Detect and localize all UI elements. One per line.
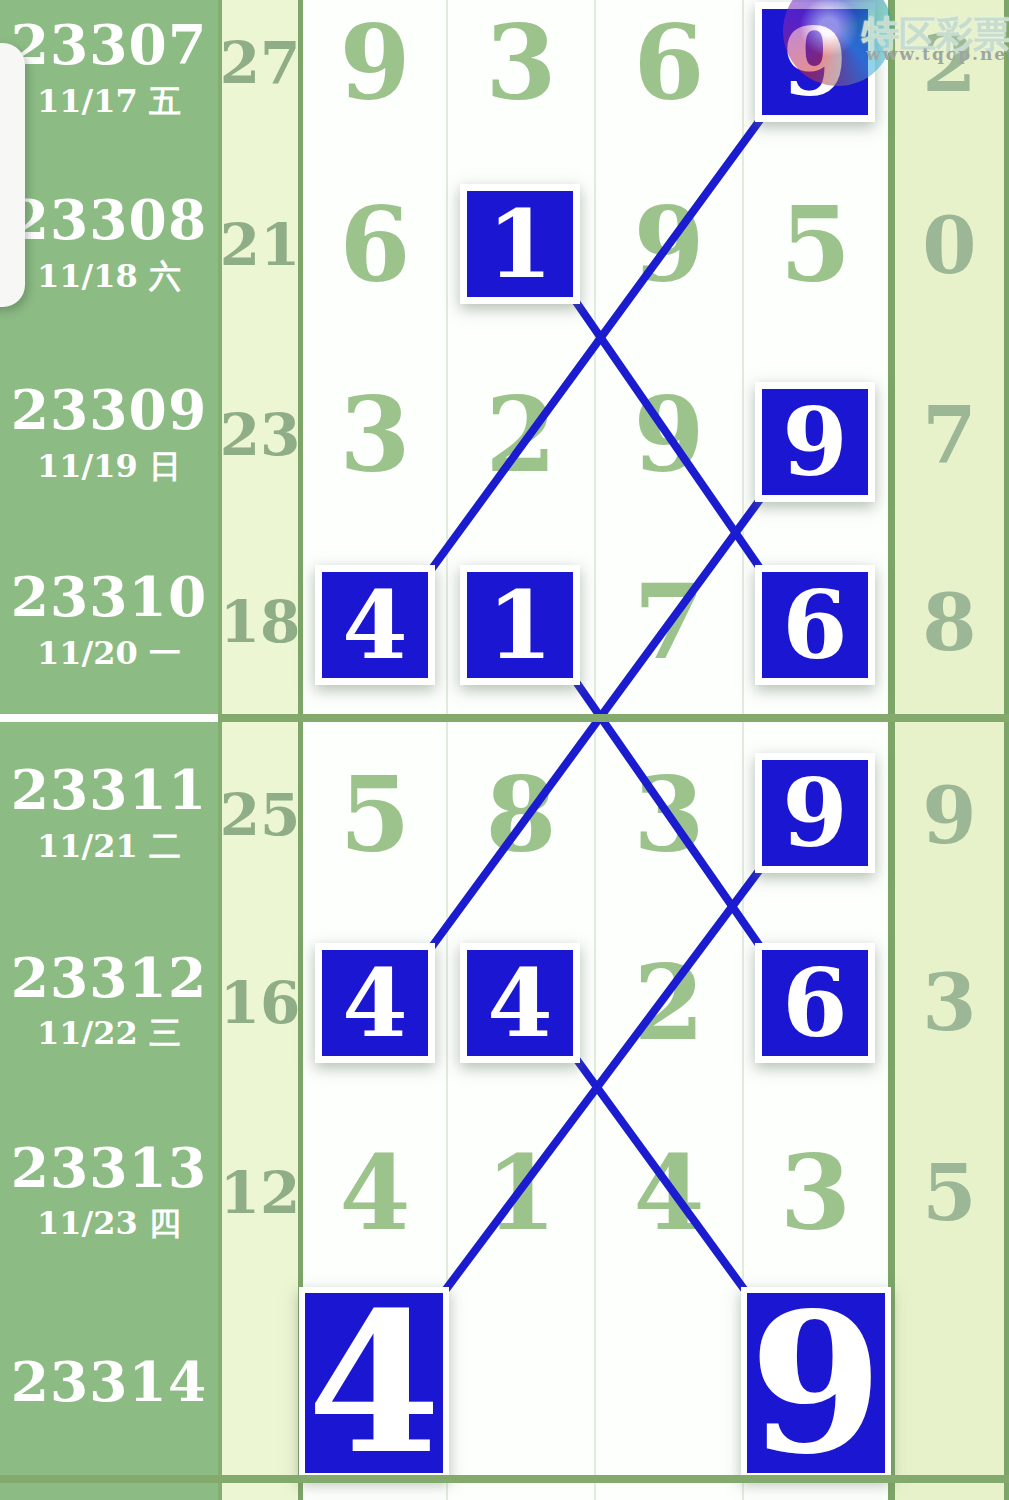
period-date: 11/22 三: [37, 1012, 181, 1056]
grid-line-vertical: [594, 0, 596, 1500]
period-number: 23312: [11, 949, 207, 1007]
period-number: 23310: [11, 568, 207, 626]
period-date: 11/17 五: [37, 80, 181, 124]
highlighted-cell-large: 9: [741, 1287, 891, 1479]
digit-cell: [595, 1288, 743, 1475]
period-cell: 23311 11/21 二: [0, 722, 218, 908]
digit-cell: [447, 1483, 595, 1500]
highlighted-cell: 1: [460, 184, 580, 304]
grid-line-vertical: [446, 0, 448, 1500]
highlighted-cell: 4: [315, 943, 435, 1063]
watermark-site-url: www.tqcp.net: [866, 44, 1009, 64]
column-border: [888, 150, 895, 340]
digit: 4: [342, 948, 407, 1058]
section-divider: [0, 1475, 1009, 1483]
stat-cell: 3: [895, 908, 1004, 1097]
digit: 3: [780, 1133, 851, 1253]
column-border: [888, 1097, 895, 1288]
digit: 4: [342, 570, 407, 680]
digit-cell: 6: [595, 0, 743, 150]
digit-cell: 5: [303, 722, 447, 908]
column-border: [1004, 1097, 1009, 1288]
digit-cell: 6: [303, 150, 447, 340]
stat-cell: 5: [895, 1097, 1004, 1288]
sum-cell: 21: [222, 150, 298, 340]
sum-cell: [222, 1288, 298, 1475]
digit-cell: 3: [743, 1097, 888, 1288]
section-divider: [218, 714, 1009, 722]
period-date: 11/23 四: [37, 1202, 181, 1246]
digit: 6: [340, 185, 411, 305]
highlighted-cell: 9: [755, 753, 875, 873]
period-number: 23314: [11, 1353, 207, 1411]
period-cell: 23309 11/19 日: [0, 340, 218, 530]
digit: 6: [782, 570, 847, 680]
digit: 9: [782, 758, 847, 868]
column-border: [1004, 340, 1009, 530]
sum-cell: 18: [222, 530, 298, 714]
period-cell: [0, 1483, 218, 1500]
digit: 5: [780, 185, 851, 305]
digit-cell: 5: [743, 150, 888, 340]
digit-cell: 7: [595, 530, 743, 714]
digit: 6: [634, 3, 705, 123]
period-cell: 23307 11/17 五: [0, 0, 218, 150]
sum-cell: 23: [222, 340, 298, 530]
period-date: 11/21 二: [37, 825, 181, 869]
period-date: 11/18 六: [37, 255, 181, 299]
stat-cell: 7: [895, 340, 1004, 530]
digit: 3: [340, 375, 411, 495]
column-border: [1004, 530, 1009, 714]
period-cell: 23308 11/18 六: [0, 150, 218, 340]
digit-cell: 4: [595, 1097, 743, 1288]
highlighted-cell-large: 4: [299, 1287, 449, 1479]
digit-cell: [595, 1483, 743, 1500]
sum-cell: 25: [222, 722, 298, 908]
highlighted-cell: 1: [460, 565, 580, 685]
digit: 4: [634, 1133, 705, 1253]
digit: 7: [634, 562, 705, 682]
stat-cell: [895, 1288, 1004, 1475]
stat-cell: 8: [895, 530, 1004, 714]
highlighted-cell: 4: [315, 565, 435, 685]
digit: 9: [749, 1271, 883, 1496]
period-cell: 23310 11/20 一: [0, 530, 218, 714]
sum-cell: 12: [222, 1097, 298, 1288]
column-border: [888, 340, 895, 530]
digit: 4: [340, 1133, 411, 1253]
highlighted-cell: 9: [755, 382, 875, 502]
stat-cell: 0: [895, 150, 1004, 340]
highlighted-cell: 6: [755, 943, 875, 1063]
period-date: 11/20 一: [37, 632, 181, 676]
period-number: 23309: [11, 381, 207, 439]
column-border: [888, 530, 895, 714]
digit: 1: [486, 1133, 557, 1253]
period-number: 23308: [11, 191, 207, 249]
column-border: [888, 1483, 895, 1500]
column-border: [1004, 1288, 1009, 1475]
column-border: [1004, 908, 1009, 1097]
grid-line-vertical: [742, 0, 744, 1500]
column-border: [888, 722, 895, 908]
draw-row-23313: 23313 11/23 四 12 4 1 4 3 5: [0, 1097, 1009, 1290]
digit: 4: [487, 948, 552, 1058]
digit: 4: [307, 1271, 441, 1496]
period-date: 11/19 日: [37, 445, 181, 489]
digit-cell: 9: [595, 150, 743, 340]
digit: 9: [782, 387, 847, 497]
digit-cell: 1: [447, 1097, 595, 1288]
column-border: [888, 908, 895, 1097]
digit-cell: 2: [447, 340, 595, 530]
period-cell: 23313 11/23 四: [0, 1097, 218, 1288]
digit-cell: 3: [303, 340, 447, 530]
period-number: 23307: [11, 16, 207, 74]
digit-cell: 4: [303, 1097, 447, 1288]
stat-cell: [895, 1483, 1004, 1500]
period-number: 23311: [11, 761, 207, 819]
stat-cell: 9: [895, 722, 1004, 908]
lottery-trend-chart: 23307 11/17 五 27 9 3 6 2 23308 11/18 六 2…: [0, 0, 1009, 1500]
digit-cell: 2: [595, 908, 743, 1097]
column-border: [1004, 1483, 1009, 1500]
digit-cell: 3: [595, 722, 743, 908]
digit: 6: [782, 948, 847, 1058]
sum-cell: [222, 1483, 298, 1500]
highlighted-cell: 6: [755, 565, 875, 685]
highlighted-cell: 4: [460, 943, 580, 1063]
digit-cell: 8: [447, 722, 595, 908]
digit: 3: [634, 755, 705, 875]
sum-cell: 27: [222, 0, 298, 150]
digit: 9: [340, 3, 411, 123]
digit: 5: [340, 755, 411, 875]
drawer-handle[interactable]: [0, 43, 25, 307]
digit: 1: [487, 570, 552, 680]
column-border: [1004, 150, 1009, 340]
digit-cell: 3: [447, 0, 595, 150]
digit: 9: [634, 375, 705, 495]
digit-cell: 9: [303, 0, 447, 150]
period-number: 23313: [11, 1139, 207, 1197]
digit: 9: [634, 185, 705, 305]
digit-cell: 9: [595, 340, 743, 530]
period-cell: 23312 11/22 三: [0, 908, 218, 1097]
period-cell: 23314: [0, 1288, 218, 1475]
sum-cell: 16: [222, 908, 298, 1097]
digit-cell: [447, 1288, 595, 1475]
digit: 8: [486, 755, 557, 875]
digit: 2: [486, 375, 557, 495]
column-border: [1004, 722, 1009, 908]
digit: 2: [634, 943, 705, 1063]
digit: 1: [487, 189, 552, 299]
digit: 3: [486, 3, 557, 123]
